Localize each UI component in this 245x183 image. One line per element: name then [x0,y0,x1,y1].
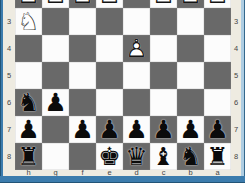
square-d7[interactable]: ♟ [123,116,150,143]
black-pawn-glyph: ♟ [69,116,96,143]
white-pawn[interactable]: ♟♙ [177,0,204,8]
black-pawn-glyph: ♟ [177,116,204,143]
black-queen[interactable]: ♛ [123,143,150,170]
square-h3[interactable]: ♞♘ [15,8,42,35]
white-pawn-outline: ♙ [177,0,204,8]
black-rook[interactable]: ♜ [204,143,231,170]
square-d8[interactable]: ♛ [123,143,150,170]
square-c4[interactable] [150,35,177,62]
square-f7[interactable]: ♟ [69,116,96,143]
square-b6[interactable] [177,89,204,116]
square-h6[interactable]: ♞ [15,89,42,116]
black-pawn[interactable]: ♟ [204,116,231,143]
black-knight-glyph: ♞ [177,143,204,170]
square-e2[interactable]: ♟♙ [96,0,123,8]
rank-label-8-right: 8 [231,143,241,170]
rank-label-7-left: 7 [3,116,15,143]
square-h4[interactable] [15,35,42,62]
square-c5[interactable] [150,62,177,89]
rank-label-4-right: 4 [231,35,241,62]
square-a5[interactable] [204,62,231,89]
black-knight[interactable]: ♞ [15,89,42,116]
rank-label-6-right: 6 [231,89,241,116]
square-f8[interactable] [69,143,96,170]
square-c2[interactable]: ♟♙ [150,0,177,8]
square-d6[interactable] [123,89,150,116]
white-pawn-outline: ♙ [204,0,231,8]
black-pawn[interactable]: ♟ [69,116,96,143]
square-c8[interactable]: ♝ [150,143,177,170]
rank-label-3-left: 3 [3,8,15,35]
black-pawn-glyph: ♟ [123,116,150,143]
square-c3[interactable] [150,8,177,35]
white-pawn[interactable]: ♟♙ [123,35,150,62]
square-f3[interactable] [69,8,96,35]
square-d2[interactable] [123,0,150,8]
square-g7[interactable] [42,116,69,143]
square-c6[interactable] [150,89,177,116]
square-g5[interactable] [42,62,69,89]
black-rook[interactable]: ♜ [15,143,42,170]
square-g4[interactable] [42,35,69,62]
black-rook-glyph: ♜ [15,143,42,170]
square-d3[interactable] [123,8,150,35]
black-pawn[interactable]: ♟ [123,116,150,143]
square-e7[interactable]: ♟ [96,116,123,143]
square-g3[interactable] [42,8,69,35]
black-knight[interactable]: ♞ [177,143,204,170]
rank-label-8-left: 8 [3,143,15,170]
black-pawn[interactable]: ♟ [42,89,69,116]
white-pawn-outline: ♙ [123,35,150,62]
white-pawn[interactable]: ♟♙ [69,0,96,8]
square-b4[interactable] [177,35,204,62]
white-knight-outline: ♘ [15,8,42,35]
white-pawn-outline: ♙ [42,0,69,8]
black-pawn-glyph: ♟ [204,116,231,143]
rank-label-6-left: 6 [3,89,15,116]
square-f5[interactable] [69,62,96,89]
window-frame-left [0,0,3,183]
black-rook-glyph: ♜ [204,143,231,170]
square-a2[interactable]: ♟♙ [204,0,231,8]
black-pawn-glyph: ♟ [15,116,42,143]
black-bishop-glyph: ♝ [150,143,177,170]
chess-board: ♟♙♟♙♟♙♟♙♟♙♟♙♟♙♞♘♟♙♞♟♟♟♟♟♟♟♟♜♚♛♝♞♜ [15,0,231,170]
white-pawn[interactable]: ♟♙ [150,0,177,8]
square-d5[interactable] [123,62,150,89]
black-pawn-glyph: ♟ [96,116,123,143]
black-king[interactable]: ♚ [96,143,123,170]
square-h8[interactable]: ♜ [15,143,42,170]
black-bishop[interactable]: ♝ [150,143,177,170]
square-g2[interactable]: ♟♙ [42,0,69,8]
square-g8[interactable] [42,143,69,170]
black-king-glyph: ♚ [96,143,123,170]
square-a3[interactable] [204,8,231,35]
window-frame-right [241,0,245,183]
square-d4[interactable]: ♟♙ [123,35,150,62]
white-pawn[interactable]: ♟♙ [204,0,231,8]
square-f6[interactable] [69,89,96,116]
square-a4[interactable] [204,35,231,62]
square-b8[interactable]: ♞ [177,143,204,170]
rank-label-3-right: 3 [231,8,241,35]
square-e5[interactable] [96,62,123,89]
square-a8[interactable]: ♜ [204,143,231,170]
square-h5[interactable] [15,62,42,89]
black-pawn[interactable]: ♟ [150,116,177,143]
square-g6[interactable]: ♟ [42,89,69,116]
rank-label-4-left: 4 [3,35,15,62]
rank-label-5-left: 5 [3,62,15,89]
rank-label-7-right: 7 [231,116,241,143]
square-h7[interactable]: ♟ [15,116,42,143]
rank-label-5-right: 5 [231,62,241,89]
white-pawn[interactable]: ♟♙ [42,0,69,8]
square-b3[interactable] [177,8,204,35]
square-e3[interactable] [96,8,123,35]
chess-window: ♟♙♟♙♟♙♟♙♟♙♟♙♟♙♞♘♟♙♞♟♟♟♟♟♟♟♟♜♚♛♝♞♜ 334455… [0,0,245,183]
square-e4[interactable] [96,35,123,62]
white-knight[interactable]: ♞♘ [15,8,42,35]
white-pawn[interactable]: ♟♙ [96,0,123,8]
black-pawn[interactable]: ♟ [96,116,123,143]
square-c7[interactable]: ♟ [150,116,177,143]
square-e6[interactable] [96,89,123,116]
white-pawn-outline: ♙ [69,0,96,8]
black-pawn-glyph: ♟ [42,89,69,116]
white-pawn-outline: ♙ [150,0,177,8]
window-frame-bottom [0,176,245,183]
square-b7[interactable]: ♟ [177,116,204,143]
black-pawn[interactable]: ♟ [15,116,42,143]
black-pawn-glyph: ♟ [150,116,177,143]
square-e8[interactable]: ♚ [96,143,123,170]
square-a6[interactable] [204,89,231,116]
black-pawn[interactable]: ♟ [177,116,204,143]
square-f4[interactable] [69,35,96,62]
white-pawn-outline: ♙ [96,0,123,8]
square-a7[interactable]: ♟ [204,116,231,143]
square-b5[interactable] [177,62,204,89]
square-b2[interactable]: ♟♙ [177,0,204,8]
black-knight-glyph: ♞ [15,89,42,116]
square-f2[interactable]: ♟♙ [69,0,96,8]
black-queen-glyph: ♛ [123,143,150,170]
